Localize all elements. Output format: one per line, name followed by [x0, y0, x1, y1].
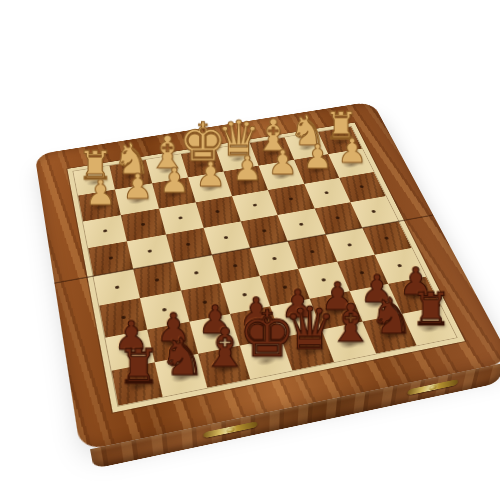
peg-hole [216, 210, 221, 213]
peg-hole [310, 250, 315, 254]
photo-stage: ♜♞♝♚♛♝♞♜♟♟♟♟♟♟♟♟♟♟♟♟♟♟♟♟♜♞♝♚♛♝♞♜ [0, 0, 500, 500]
peg-hole [347, 243, 352, 246]
peg-hole [252, 204, 257, 207]
peg-hole [141, 223, 146, 226]
peg-hole [224, 236, 229, 239]
black-knight-glyph: ♞ [159, 331, 205, 383]
brass-latch-left [204, 421, 258, 438]
peg-hole [299, 223, 304, 226]
brass-latch-right [407, 379, 458, 396]
square-e5[interactable] [212, 248, 260, 283]
square-g5[interactable] [133, 262, 180, 298]
peg-hole [360, 185, 365, 188]
peg-hole [372, 210, 377, 213]
peg-hole [384, 236, 389, 239]
peg-hole [335, 216, 340, 219]
black-knight-glyph: ♞ [369, 291, 414, 341]
black-rook-glyph: ♜ [117, 343, 160, 391]
peg-hole [272, 257, 277, 261]
peg-hole [194, 271, 199, 275]
peg-hole [103, 229, 107, 232]
peg-hole [324, 191, 329, 194]
chess-box: ♜♞♝♚♛♝♞♜♟♟♟♟♟♟♟♟♟♟♟♟♟♟♟♟♜♞♝♚♛♝♞♜ [35, 101, 500, 451]
peg-hole [108, 257, 113, 261]
peg-hole [186, 243, 191, 246]
peg-hole [114, 285, 119, 289]
peg-hole [289, 197, 294, 200]
black-bishop-glyph: ♝ [201, 320, 249, 374]
peg-hole [262, 229, 267, 232]
square-a5[interactable] [362, 221, 412, 255]
peg-hole [233, 264, 238, 268]
scene: ♜♞♝♚♛♝♞♜♟♟♟♟♟♟♟♟♟♟♟♟♟♟♟♟♜♞♝♚♛♝♞♜ [0, 0, 500, 500]
square-f5[interactable] [173, 255, 221, 291]
peg-hole [178, 216, 183, 219]
black-rook-glyph: ♜ [411, 287, 452, 332]
peg-hole [154, 278, 159, 282]
peg-hole [147, 250, 152, 254]
